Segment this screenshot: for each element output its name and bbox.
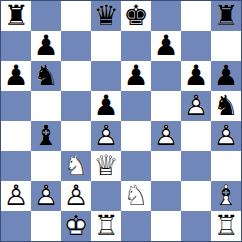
piece-glyph-fill: ♟ xyxy=(61,181,91,211)
square-f2[interactable] xyxy=(151,181,181,211)
piece-glyph-outline: ♞ xyxy=(31,61,61,91)
square-e7[interactable] xyxy=(121,31,151,61)
square-e8[interactable]: ♔♚ xyxy=(121,1,151,31)
piece-glyph-fill: ♟ xyxy=(91,121,121,151)
square-g4[interactable] xyxy=(181,121,211,151)
black-knight: ♘♞ xyxy=(211,91,241,121)
black-pawn: ♙♟ xyxy=(151,31,181,61)
piece-glyph-fill: ♟ xyxy=(181,91,211,121)
square-d5[interactable]: ♙♟ xyxy=(91,91,121,121)
square-h1[interactable]: ♜♖ xyxy=(211,211,241,241)
square-h8[interactable]: ♖♜ xyxy=(211,1,241,31)
piece-glyph-fill: ♙ xyxy=(211,61,241,91)
piece-glyph-fill: ♘ xyxy=(31,61,61,91)
square-a2[interactable]: ♟♙ xyxy=(1,181,31,211)
piece-glyph-outline: ♟ xyxy=(181,61,211,91)
piece-glyph-outline: ♟ xyxy=(31,31,61,61)
piece-glyph-outline: ♟ xyxy=(151,31,181,61)
piece-glyph-outline: ♙ xyxy=(91,121,121,151)
white-pawn: ♟♙ xyxy=(91,121,121,151)
black-knight: ♘♞ xyxy=(31,61,61,91)
piece-glyph-outline: ♟ xyxy=(211,61,241,91)
square-e5[interactable] xyxy=(121,91,151,121)
square-e6[interactable]: ♙♟ xyxy=(121,61,151,91)
square-g8[interactable] xyxy=(181,1,211,31)
square-g5[interactable]: ♟♙ xyxy=(181,91,211,121)
square-h6[interactable]: ♙♟ xyxy=(211,61,241,91)
square-f5[interactable] xyxy=(151,91,181,121)
piece-glyph-outline: ♜ xyxy=(1,1,31,31)
white-rook: ♜♖ xyxy=(211,211,241,241)
piece-glyph-outline: ♞ xyxy=(211,91,241,121)
piece-glyph-fill: ♟ xyxy=(31,181,61,211)
piece-glyph-fill: ♖ xyxy=(1,1,31,31)
piece-glyph-fill: ♖ xyxy=(211,1,241,31)
square-a8[interactable]: ♖♜ xyxy=(1,1,31,31)
black-queen: ♕♛ xyxy=(91,1,121,31)
piece-glyph-fill: ♜ xyxy=(91,211,121,241)
black-rook: ♖♜ xyxy=(1,1,31,31)
piece-glyph-outline: ♔ xyxy=(61,211,91,241)
piece-glyph-fill: ♙ xyxy=(121,61,151,91)
square-a7[interactable] xyxy=(1,31,31,61)
square-c2[interactable]: ♟♙ xyxy=(61,181,91,211)
piece-glyph-fill: ♛ xyxy=(91,151,121,181)
white-queen: ♛♕ xyxy=(91,151,121,181)
square-d1[interactable]: ♜♖ xyxy=(91,211,121,241)
square-c5[interactable] xyxy=(61,91,91,121)
piece-glyph-outline: ♜ xyxy=(211,1,241,31)
white-rook: ♜♖ xyxy=(91,211,121,241)
piece-glyph-outline: ♗ xyxy=(211,181,241,211)
piece-glyph-fill: ♗ xyxy=(31,121,61,151)
square-c3[interactable]: ♞♘ xyxy=(61,151,91,181)
piece-glyph-fill: ♙ xyxy=(1,61,31,91)
white-pawn: ♟♙ xyxy=(181,91,211,121)
piece-glyph-fill: ♜ xyxy=(211,211,241,241)
piece-glyph-outline: ♖ xyxy=(91,211,121,241)
square-h3[interactable] xyxy=(211,151,241,181)
piece-glyph-outline: ♙ xyxy=(1,181,31,211)
square-h2[interactable]: ♝♗ xyxy=(211,181,241,211)
square-e4[interactable] xyxy=(121,121,151,151)
black-pawn: ♙♟ xyxy=(91,91,121,121)
square-a5[interactable] xyxy=(1,91,31,121)
piece-glyph-fill: ♟ xyxy=(1,181,31,211)
piece-glyph-outline: ♝ xyxy=(31,121,61,151)
white-pawn: ♟♙ xyxy=(31,181,61,211)
black-bishop: ♗♝ xyxy=(31,121,61,151)
white-pawn: ♟♙ xyxy=(1,181,31,211)
piece-glyph-outline: ♟ xyxy=(121,61,151,91)
square-h7[interactable] xyxy=(211,31,241,61)
square-h5[interactable]: ♘♞ xyxy=(211,91,241,121)
white-knight: ♞♘ xyxy=(121,181,151,211)
piece-glyph-fill: ♙ xyxy=(91,91,121,121)
black-king: ♔♚ xyxy=(121,1,151,31)
piece-glyph-outline: ♟ xyxy=(91,91,121,121)
square-a6[interactable]: ♙♟ xyxy=(1,61,31,91)
square-f6[interactable] xyxy=(151,61,181,91)
square-g1[interactable] xyxy=(181,211,211,241)
square-d7[interactable] xyxy=(91,31,121,61)
square-f3[interactable] xyxy=(151,151,181,181)
square-c1[interactable]: ♚♔ xyxy=(61,211,91,241)
piece-glyph-fill: ♙ xyxy=(31,31,61,61)
square-b3[interactable] xyxy=(31,151,61,181)
black-rook: ♖♜ xyxy=(211,1,241,31)
square-b2[interactable]: ♟♙ xyxy=(31,181,61,211)
chess-board: ♖♜♕♛♔♚♖♜♙♟♙♟♙♟♘♞♙♟♙♟♙♟♙♟♟♙♘♞♗♝♟♙♟♙♟♙♞♘♛♕… xyxy=(0,0,242,242)
piece-glyph-fill: ♘ xyxy=(211,91,241,121)
piece-glyph-fill: ♝ xyxy=(211,181,241,211)
square-b8[interactable] xyxy=(31,1,61,31)
black-pawn: ♙♟ xyxy=(31,31,61,61)
piece-glyph-fill: ♔ xyxy=(121,1,151,31)
square-a4[interactable] xyxy=(1,121,31,151)
white-king: ♚♔ xyxy=(61,211,91,241)
square-d6[interactable] xyxy=(91,61,121,91)
piece-glyph-fill: ♞ xyxy=(61,151,91,181)
square-c7[interactable] xyxy=(61,31,91,61)
square-f8[interactable] xyxy=(151,1,181,31)
black-pawn: ♙♟ xyxy=(121,61,151,91)
white-bishop: ♝♗ xyxy=(211,181,241,211)
square-g3[interactable] xyxy=(181,151,211,181)
square-e3[interactable] xyxy=(121,151,151,181)
piece-glyph-fill: ♙ xyxy=(151,31,181,61)
black-pawn: ♙♟ xyxy=(181,61,211,91)
square-b7[interactable]: ♙♟ xyxy=(31,31,61,61)
black-pawn: ♙♟ xyxy=(211,61,241,91)
piece-glyph-outline: ♚ xyxy=(121,1,151,31)
square-a1[interactable] xyxy=(1,211,31,241)
piece-glyph-outline: ♙ xyxy=(31,181,61,211)
piece-glyph-outline: ♕ xyxy=(91,151,121,181)
square-g6[interactable]: ♙♟ xyxy=(181,61,211,91)
piece-glyph-fill: ♙ xyxy=(181,61,211,91)
black-pawn: ♙♟ xyxy=(1,61,31,91)
white-knight: ♞♘ xyxy=(61,151,91,181)
square-h4[interactable]: ♟♙ xyxy=(211,121,241,151)
piece-glyph-outline: ♘ xyxy=(61,151,91,181)
square-e1[interactable] xyxy=(121,211,151,241)
square-g2[interactable] xyxy=(181,181,211,211)
square-f1[interactable] xyxy=(151,211,181,241)
square-c8[interactable] xyxy=(61,1,91,31)
square-a3[interactable] xyxy=(1,151,31,181)
piece-glyph-outline: ♙ xyxy=(151,121,181,151)
square-b4[interactable]: ♗♝ xyxy=(31,121,61,151)
piece-glyph-fill: ♚ xyxy=(61,211,91,241)
square-d2[interactable] xyxy=(91,181,121,211)
white-pawn: ♟♙ xyxy=(151,121,181,151)
square-b1[interactable] xyxy=(31,211,61,241)
piece-glyph-fill: ♞ xyxy=(121,181,151,211)
piece-glyph-outline: ♟ xyxy=(1,61,31,91)
piece-glyph-outline: ♛ xyxy=(91,1,121,31)
piece-glyph-outline: ♙ xyxy=(181,91,211,121)
white-pawn: ♟♙ xyxy=(61,181,91,211)
square-b5[interactable] xyxy=(31,91,61,121)
square-g7[interactable] xyxy=(181,31,211,61)
square-d8[interactable]: ♕♛ xyxy=(91,1,121,31)
square-c6[interactable] xyxy=(61,61,91,91)
white-pawn: ♟♙ xyxy=(211,121,241,151)
piece-glyph-outline: ♘ xyxy=(121,181,151,211)
piece-glyph-fill: ♟ xyxy=(211,121,241,151)
square-d3[interactable]: ♛♕ xyxy=(91,151,121,181)
piece-glyph-outline: ♙ xyxy=(211,121,241,151)
piece-glyph-outline: ♙ xyxy=(61,181,91,211)
square-d4[interactable]: ♟♙ xyxy=(91,121,121,151)
square-e2[interactable]: ♞♘ xyxy=(121,181,151,211)
square-f4[interactable]: ♟♙ xyxy=(151,121,181,151)
piece-glyph-fill: ♕ xyxy=(91,1,121,31)
square-f7[interactable]: ♙♟ xyxy=(151,31,181,61)
square-c4[interactable] xyxy=(61,121,91,151)
piece-glyph-fill: ♟ xyxy=(151,121,181,151)
square-b6[interactable]: ♘♞ xyxy=(31,61,61,91)
piece-glyph-outline: ♖ xyxy=(211,211,241,241)
